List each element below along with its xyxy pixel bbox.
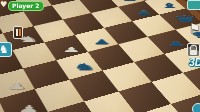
game-scene: ♜♟♟♜♟♟♞♝♟♞♟♝♛♟♟♛♚♟♞♟♚♝♟♟♝♞♟♟♜♟♟♜ ♥ Playe… <box>0 0 200 112</box>
flag-icon: ⚑ <box>189 21 200 36</box>
black-bishop[interactable]: ♝ <box>158 2 181 9</box>
white-pawn[interactable]: ♟ <box>62 46 81 53</box>
resign-flag-button[interactable]: ⚑ <box>189 22 200 35</box>
black-knight[interactable]: ♞ <box>72 62 97 71</box>
black-pawn[interactable]: ♟ <box>166 41 186 48</box>
pause-button[interactable] <box>13 26 23 39</box>
black-pawn[interactable]: ♟ <box>93 39 112 46</box>
heart-icon: ♥ <box>0 0 7 9</box>
lock-button[interactable] <box>187 43 200 57</box>
view-3d-label: 3D <box>189 57 200 68</box>
timer-badge <box>187 0 200 10</box>
white-pawn[interactable]: ♟ <box>6 82 28 90</box>
black-pawn[interactable]: ♟ <box>135 10 153 16</box>
corner-button[interactable] <box>192 103 200 112</box>
player-turn-banner: Player 2 <box>8 1 44 11</box>
hint-button[interactable]: ♞ <box>0 42 12 57</box>
pause-bars-icon <box>16 29 18 36</box>
knight-icon: ♞ <box>0 44 9 55</box>
black-pawn[interactable]: ♟ <box>121 0 138 2</box>
white-pawn[interactable]: ♟ <box>17 104 40 112</box>
player-name-label: Player 2 <box>12 3 40 9</box>
view-3d-toggle[interactable]: 3D <box>189 58 200 68</box>
chess-board[interactable]: ♜♟♟♜♟♟♞♝♟♞♟♝♛♟♟♛♚♟♞♟♚♝♟♟♝♞♟♟♜♟♟♜ <box>0 0 200 112</box>
